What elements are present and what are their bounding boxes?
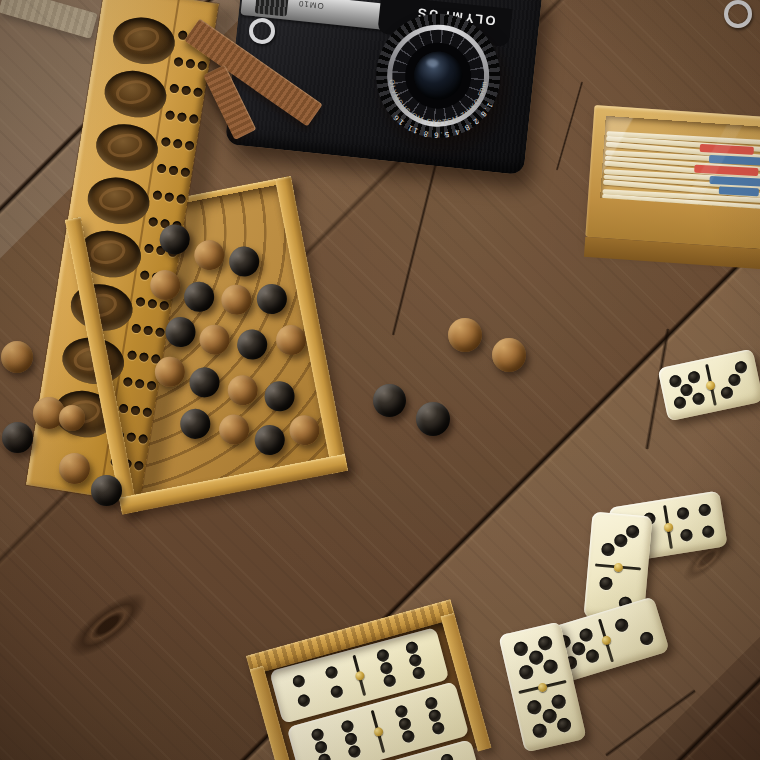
pip — [531, 722, 548, 739]
pip — [541, 708, 558, 725]
domino-half-5 — [503, 626, 568, 689]
domino-half-3 — [592, 516, 648, 565]
pip — [720, 385, 734, 399]
domino-half-3 — [710, 353, 759, 406]
pip — [727, 373, 741, 387]
pip — [537, 635, 554, 652]
pip — [687, 371, 701, 385]
pip — [734, 361, 748, 375]
domino-half-5 — [662, 363, 711, 416]
pip — [698, 504, 712, 518]
pip — [613, 617, 629, 633]
pip — [578, 627, 594, 643]
pip — [542, 658, 559, 675]
pip — [680, 383, 694, 397]
pip — [570, 641, 586, 657]
domino-half-5 — [517, 685, 582, 748]
pip — [626, 524, 640, 538]
dominoes-layer — [0, 0, 760, 760]
pip — [638, 630, 654, 646]
pip — [550, 693, 567, 710]
pip — [613, 534, 627, 548]
domino-5-3 — [657, 349, 760, 422]
pip — [677, 507, 691, 521]
pip — [701, 525, 715, 539]
domino-half-4 — [668, 495, 723, 550]
tabletop-games-photo: OM10 OLYMPUS OLYMPUS OM-SYSTEM ZUIKO 50m… — [0, 0, 760, 760]
pip — [691, 391, 705, 405]
domino-brass-pin — [663, 522, 673, 532]
pip — [680, 528, 694, 542]
pip — [512, 641, 529, 658]
pip — [599, 576, 613, 590]
pip — [600, 543, 614, 557]
pip — [556, 717, 573, 734]
pip — [526, 699, 543, 716]
pip — [584, 648, 600, 664]
pip — [527, 649, 544, 666]
pip — [673, 395, 687, 409]
domino-half-2 — [603, 601, 665, 662]
domino-brass-pin — [613, 562, 623, 572]
pip — [518, 664, 535, 681]
